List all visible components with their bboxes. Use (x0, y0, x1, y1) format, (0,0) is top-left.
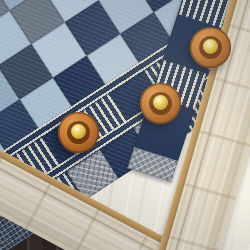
checker-piece-3[interactable] (58, 112, 99, 153)
brass-button-icon (71, 124, 86, 139)
brass-button-icon (153, 95, 168, 110)
checker-piece-1[interactable] (190, 27, 231, 68)
checker-piece-2[interactable] (140, 83, 181, 124)
board-game-photo (0, 0, 250, 250)
brass-button-icon (203, 39, 218, 54)
